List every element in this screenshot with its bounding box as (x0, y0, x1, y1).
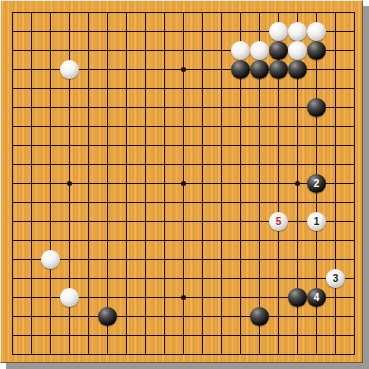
move-number-label: 5 (276, 217, 282, 227)
stone-black-P16[interactable] (269, 60, 288, 79)
stone-black-O16[interactable] (250, 60, 269, 79)
star-point (181, 67, 186, 72)
stone-black-R4-move-4[interactable]: 4 (307, 288, 326, 307)
stone-white-N17[interactable] (231, 41, 250, 60)
stone-white-S5-move-3[interactable]: 3 (326, 269, 345, 288)
move-number-label: 1 (314, 217, 320, 227)
stone-white-P8-move-5[interactable]: 5 (269, 212, 288, 231)
stone-white-R18[interactable] (307, 22, 326, 41)
go-board-window: 25134 (0, 0, 369, 369)
stone-black-P17[interactable] (269, 41, 288, 60)
board-intersections-grid: 25134 (3, 3, 364, 364)
stone-black-F3[interactable] (98, 307, 117, 326)
star-point (181, 295, 186, 300)
star-point (295, 181, 300, 186)
move-number-label: 3 (333, 274, 339, 284)
stone-black-O3[interactable] (250, 307, 269, 326)
go-board[interactable]: 25134 (0, 0, 363, 363)
stone-black-R10-move-2[interactable]: 2 (307, 174, 326, 193)
stone-white-D4[interactable] (60, 288, 79, 307)
move-number-label: 2 (314, 179, 320, 189)
stone-white-O17[interactable] (250, 41, 269, 60)
star-point (181, 181, 186, 186)
stone-white-D16[interactable] (60, 60, 79, 79)
stone-black-R14[interactable] (307, 98, 326, 117)
stone-white-Q18[interactable] (288, 22, 307, 41)
stone-black-R17[interactable] (307, 41, 326, 60)
stone-white-Q17[interactable] (288, 41, 307, 60)
star-point (67, 181, 72, 186)
move-number-label: 4 (314, 293, 320, 303)
stone-white-P18[interactable] (269, 22, 288, 41)
stone-black-Q4[interactable] (288, 288, 307, 307)
stone-black-Q16[interactable] (288, 60, 307, 79)
stone-black-N16[interactable] (231, 60, 250, 79)
stone-white-C6[interactable] (41, 250, 60, 269)
stone-white-R8-move-1[interactable]: 1 (307, 212, 326, 231)
